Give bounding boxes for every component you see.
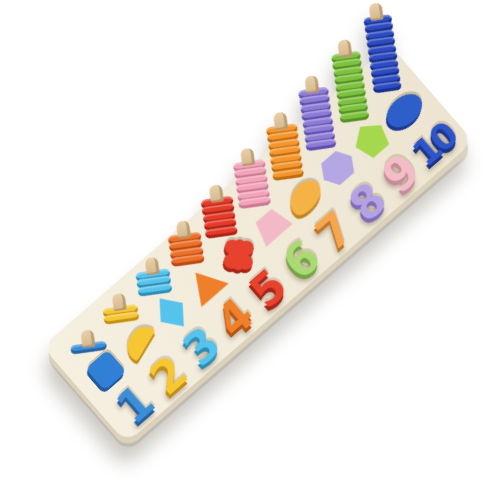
- wood-peg-icon: [112, 293, 127, 312]
- peg-stack-10: [362, 1, 402, 93]
- wood-peg-icon: [305, 75, 320, 94]
- shape-piece-flower: [226, 243, 250, 267]
- puzzle-board: 12345678910: [42, 45, 473, 443]
- shape-piece-semicircle: [122, 321, 156, 361]
- wood-peg-icon: [337, 39, 352, 58]
- wood-peg-icon: [79, 329, 94, 348]
- wood-peg-icon: [272, 111, 287, 130]
- wood-peg-icon: [369, 2, 384, 21]
- product-photo: 12345678910: [0, 0, 500, 500]
- shape-row: [74, 79, 436, 402]
